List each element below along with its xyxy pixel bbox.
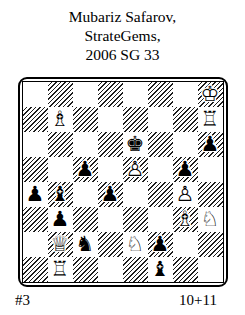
white-bishop-icon: ♗ (48, 107, 73, 132)
square-b5 (48, 157, 73, 182)
square-d2 (98, 232, 123, 257)
white-knight-icon: ♘ (198, 207, 223, 232)
square-d8 (98, 82, 123, 107)
square-d7 (98, 107, 123, 132)
square-e5: ♟♙ (123, 157, 148, 182)
square-a4: ♟♟ (23, 182, 48, 207)
author-line: Mubariz Safarov, (0, 7, 245, 26)
square-f1: ♝♝ (148, 257, 173, 282)
square-f5 (148, 157, 173, 182)
black-king-icon: ♚ (123, 132, 148, 157)
square-h6: ♟♟ (198, 132, 223, 157)
square-a6 (23, 132, 48, 157)
square-g8 (173, 82, 198, 107)
square-a3 (23, 207, 48, 232)
black-pawn-icon: ♟ (98, 182, 123, 207)
board-wrap: ♚♔♝♗♜♖♚♚♟♟♟♟♟♙♟♟♟♟♝♝♟♟♟♙♟♟♝♗♞♘♛♕♞♞♞♘♟♟♜♖… (0, 77, 245, 287)
square-e3 (123, 207, 148, 232)
black-pawn-icon: ♟ (73, 157, 98, 182)
square-a8 (23, 82, 48, 107)
problem-title: Mubariz Safarov, StrateGems, 2006 SG 33 (0, 0, 245, 64)
square-a2 (23, 232, 48, 257)
square-c5: ♟♟ (73, 157, 98, 182)
black-pawn-icon: ♟ (173, 157, 198, 182)
white-rook-icon: ♖ (48, 257, 73, 282)
year-id-line: 2006 SG 33 (0, 45, 245, 64)
square-g7 (173, 107, 198, 132)
square-e4 (123, 182, 148, 207)
square-b7: ♝♗ (48, 107, 73, 132)
square-a7 (23, 107, 48, 132)
square-b1: ♜♖ (48, 257, 73, 282)
stipulation-label: #3 (15, 292, 30, 309)
black-pawn-icon: ♟ (48, 207, 73, 232)
square-f8 (148, 82, 173, 107)
square-c8 (73, 82, 98, 107)
white-bishop-icon: ♗ (173, 207, 198, 232)
square-g4: ♟♙ (173, 182, 198, 207)
white-pawn-icon: ♙ (123, 157, 148, 182)
square-b2: ♛♕ (48, 232, 73, 257)
square-b8 (48, 82, 73, 107)
square-e8 (123, 82, 148, 107)
square-c1 (73, 257, 98, 282)
white-pawn-icon: ♙ (173, 182, 198, 207)
square-f7 (148, 107, 173, 132)
square-c3 (73, 207, 98, 232)
square-h1 (198, 257, 223, 282)
material-count-label: 10+11 (179, 292, 217, 309)
square-d4: ♟♟ (98, 182, 123, 207)
square-a1 (23, 257, 48, 282)
square-e7 (123, 107, 148, 132)
black-pawn-icon: ♟ (23, 182, 48, 207)
square-h4 (198, 182, 223, 207)
square-d3 (98, 207, 123, 232)
square-d1 (98, 257, 123, 282)
caption-row: #3 10+11 (0, 287, 245, 309)
square-h5 (198, 157, 223, 182)
square-b4: ♝♝ (48, 182, 73, 207)
square-f2: ♟♟ (148, 232, 173, 257)
square-d6 (98, 132, 123, 157)
white-queen-icon: ♕ (48, 232, 73, 257)
square-e6: ♚♚ (123, 132, 148, 157)
square-f6 (148, 132, 173, 157)
black-knight-icon: ♞ (73, 232, 98, 257)
square-f3 (148, 207, 173, 232)
square-f4 (148, 182, 173, 207)
white-knight-icon: ♘ (123, 232, 148, 257)
square-d5 (98, 157, 123, 182)
chess-problem-diagram: Mubariz Safarov, StrateGems, 2006 SG 33 … (0, 0, 245, 315)
square-g3: ♝♗ (173, 207, 198, 232)
white-rook-icon: ♖ (198, 107, 223, 132)
black-pawn-icon: ♟ (198, 132, 223, 157)
square-b6 (48, 132, 73, 157)
square-c4 (73, 182, 98, 207)
source-line: StrateGems, (0, 26, 245, 45)
square-c2: ♞♞ (73, 232, 98, 257)
square-g2 (173, 232, 198, 257)
square-h7: ♜♖ (198, 107, 223, 132)
board-inner: ♚♔♝♗♜♖♚♚♟♟♟♟♟♙♟♟♟♟♝♝♟♟♟♙♟♟♝♗♞♘♛♕♞♞♞♘♟♟♜♖… (22, 81, 224, 283)
square-c7 (73, 107, 98, 132)
square-g5: ♟♟ (173, 157, 198, 182)
square-c6 (73, 132, 98, 157)
square-g1 (173, 257, 198, 282)
chess-board: ♚♔♝♗♜♖♚♚♟♟♟♟♟♙♟♟♟♟♝♝♟♟♟♙♟♟♝♗♞♘♛♕♞♞♞♘♟♟♜♖… (23, 82, 223, 282)
square-e2: ♞♘ (123, 232, 148, 257)
square-h3: ♞♘ (198, 207, 223, 232)
black-bishop-icon: ♝ (48, 182, 73, 207)
square-g6 (173, 132, 198, 157)
square-b3: ♟♟ (48, 207, 73, 232)
square-e1 (123, 257, 148, 282)
white-king-icon: ♔ (198, 82, 223, 107)
square-a5 (23, 157, 48, 182)
black-pawn-icon: ♟ (148, 232, 173, 257)
black-bishop-icon: ♝ (148, 257, 173, 282)
board-frame: ♚♔♝♗♜♖♚♚♟♟♟♟♟♙♟♟♟♟♝♝♟♟♟♙♟♟♝♗♞♘♛♕♞♞♞♘♟♟♜♖… (18, 77, 228, 287)
square-h8: ♚♔ (198, 82, 223, 107)
square-h2 (198, 232, 223, 257)
